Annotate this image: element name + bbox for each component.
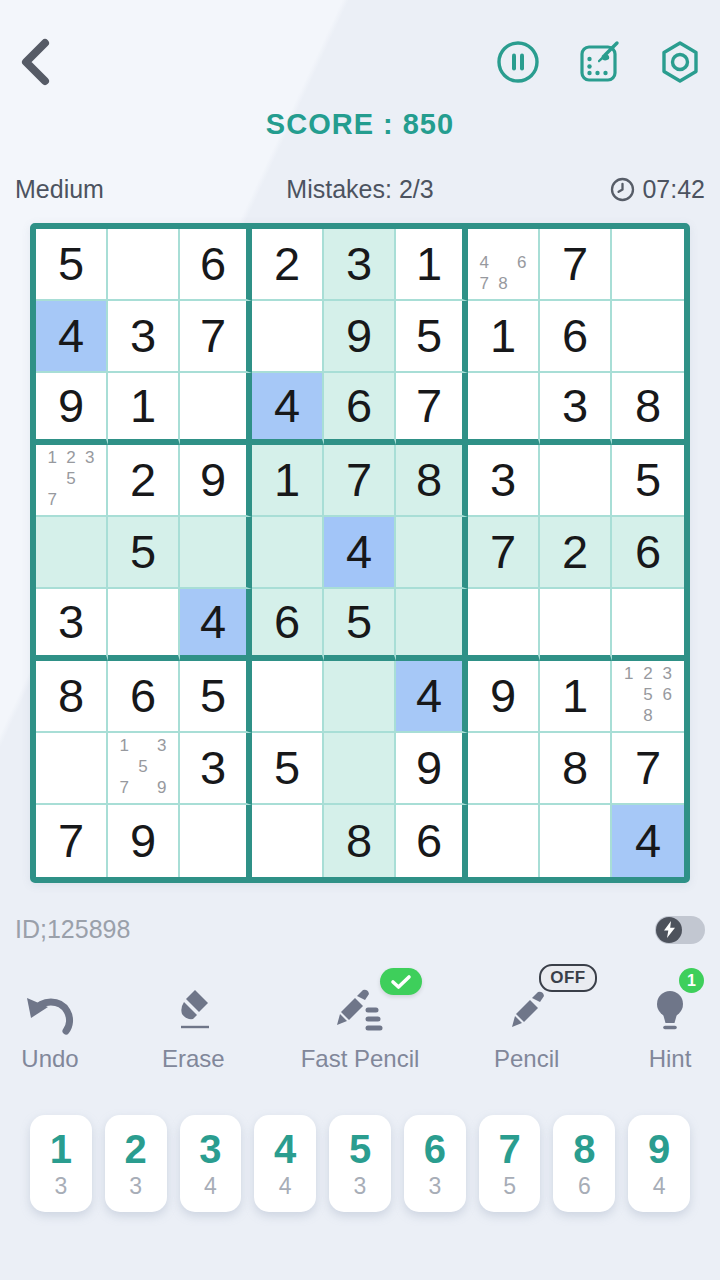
puzzle-id: ID;125898 — [15, 915, 130, 944]
cell-value: 5 — [274, 744, 300, 793]
cell-value: 5 — [58, 240, 84, 289]
cell-r6c4[interactable]: 6 — [252, 589, 324, 661]
cell-r4c7[interactable]: 3 — [468, 445, 540, 517]
cell-r7c2[interactable]: 6 — [108, 661, 180, 733]
cell-r3c2[interactable]: 1 — [108, 373, 180, 445]
pencil-button[interactable]: OFF Pencil — [491, 984, 563, 1073]
cell-value: 1 — [490, 312, 516, 361]
numpad-button-3[interactable]: 34 — [180, 1115, 242, 1212]
eraser-icon — [169, 986, 217, 1036]
timer: 07:42 — [610, 175, 705, 204]
cell-r3c9[interactable]: 8 — [612, 373, 684, 445]
cell-r3c3[interactable] — [180, 373, 252, 445]
note-digit — [80, 469, 99, 490]
numpad-digit: 7 — [498, 1128, 520, 1170]
cell-value: 3 — [490, 456, 516, 505]
cell-r5c1[interactable] — [36, 517, 108, 589]
cell-value: 6 — [346, 382, 372, 431]
cell-r2c6[interactable]: 5 — [396, 301, 468, 373]
numpad-digit: 6 — [424, 1128, 446, 1170]
settings-icon — [658, 40, 702, 84]
cell-r7c7[interactable]: 9 — [468, 661, 540, 733]
note-digit — [80, 489, 99, 510]
cell-r5c5[interactable]: 4 — [324, 517, 396, 589]
note-digit: 8 — [638, 705, 657, 726]
numpad-remaining-count: 3 — [428, 1173, 441, 1200]
cell-r2c4[interactable] — [252, 301, 324, 373]
numpad-digit: 9 — [648, 1128, 670, 1170]
cell-r4c9[interactable]: 5 — [612, 445, 684, 517]
erase-label: Erase — [162, 1045, 225, 1073]
numpad-button-4[interactable]: 44 — [254, 1115, 316, 1212]
note-digit: 7 — [115, 777, 134, 798]
note-digit: 2 — [62, 448, 81, 469]
cell-value: 5 — [346, 598, 372, 647]
cell-r7c8[interactable]: 1 — [540, 661, 612, 733]
cell-value: 3 — [58, 598, 84, 647]
cell-value: 1 — [130, 382, 156, 431]
cell-r1c5[interactable]: 3 — [324, 229, 396, 301]
note-digit — [494, 253, 513, 274]
cell-value: 6 — [130, 672, 156, 721]
cell-value: 8 — [346, 817, 372, 866]
cell-r7c9[interactable]: 123568 — [612, 661, 684, 733]
sudoku-app-screen: SCORE : 850 Medium Mistakes: 2/3 07:42 5… — [0, 0, 720, 1280]
numpad-digit: 2 — [125, 1128, 147, 1170]
cell-r8c9[interactable]: 7 — [612, 733, 684, 805]
cell-value: 4 — [635, 817, 661, 866]
energy-toggle-knob — [656, 917, 682, 943]
note-digit — [152, 757, 171, 778]
hint-bulb-icon — [648, 986, 692, 1036]
cell-r7c5[interactable] — [324, 661, 396, 733]
hint-label: Hint — [649, 1045, 692, 1073]
cell-r1c9[interactable] — [612, 229, 684, 301]
note-digit — [494, 232, 513, 253]
cell-r6c7[interactable] — [468, 589, 540, 661]
toolbar: Undo Erase — [0, 984, 720, 1073]
cell-value: 9 — [58, 382, 84, 431]
note-digit — [43, 469, 62, 490]
cell-r1c3[interactable]: 6 — [180, 229, 252, 301]
cell-r1c4[interactable]: 2 — [252, 229, 324, 301]
cell-r2c5[interactable]: 9 — [324, 301, 396, 373]
cell-value: 5 — [635, 456, 661, 505]
cell-value: 1 — [274, 456, 300, 505]
undo-button[interactable]: Undo — [14, 984, 86, 1073]
cell-r2c8[interactable]: 6 — [540, 301, 612, 373]
cell-r4c6[interactable]: 8 — [396, 445, 468, 517]
numpad-remaining-count: 4 — [279, 1173, 292, 1200]
cell-r5c6[interactable] — [396, 517, 468, 589]
game-info-row: Medium Mistakes: 2/3 07:42 — [0, 175, 720, 204]
cell-r8c6[interactable]: 9 — [396, 733, 468, 805]
score-text: SCORE : 850 — [0, 108, 720, 141]
theme-brush-icon — [577, 40, 621, 84]
cell-value: 7 — [490, 528, 516, 577]
cell-r9c3[interactable] — [180, 805, 252, 877]
cell-r9c9[interactable]: 4 — [612, 805, 684, 877]
cell-r6c3[interactable]: 4 — [180, 589, 252, 661]
cell-r8c3[interactable]: 3 — [180, 733, 252, 805]
cell-r3c6[interactable]: 7 — [396, 373, 468, 445]
numpad-digit: 1 — [50, 1128, 72, 1170]
cell-r3c1[interactable]: 9 — [36, 373, 108, 445]
cell-r6c1[interactable]: 3 — [36, 589, 108, 661]
cell-value: 8 — [635, 382, 661, 431]
energy-toggle[interactable] — [655, 916, 705, 944]
id-row: ID;125898 — [0, 915, 720, 944]
numpad-remaining-count: 3 — [354, 1173, 367, 1200]
cell-r7c1[interactable]: 8 — [36, 661, 108, 733]
cell-r4c2[interactable]: 2 — [108, 445, 180, 517]
cell-r9c5[interactable]: 8 — [324, 805, 396, 877]
numpad-button-8[interactable]: 86 — [553, 1115, 615, 1212]
cell-r9c2[interactable]: 9 — [108, 805, 180, 877]
fast-pencil-label: Fast Pencil — [301, 1045, 420, 1073]
cell-r8c1[interactable] — [36, 733, 108, 805]
pencil-label: Pencil — [494, 1045, 559, 1073]
note-digit: 6 — [658, 685, 677, 706]
numpad-button-7[interactable]: 75 — [479, 1115, 541, 1212]
cell-r5c3[interactable] — [180, 517, 252, 589]
cell-value: 7 — [416, 382, 442, 431]
cell-r5c7[interactable]: 7 — [468, 517, 540, 589]
numpad-remaining-count: 3 — [129, 1173, 142, 1200]
cell-r6c5[interactable]: 5 — [324, 589, 396, 661]
cell-r8c2[interactable]: 13579 — [108, 733, 180, 805]
numpad-remaining-count: 4 — [204, 1173, 217, 1200]
note-digit: 3 — [152, 736, 171, 757]
numpad-digit: 3 — [199, 1128, 221, 1170]
numpad-remaining-count: 6 — [578, 1173, 591, 1200]
back-arrow-icon — [18, 38, 54, 86]
cell-value: 9 — [490, 672, 516, 721]
pencil-notes: 123568 — [612, 661, 684, 731]
note-digit: 5 — [134, 757, 153, 778]
cell-r9c6[interactable]: 6 — [396, 805, 468, 877]
back-button[interactable] — [18, 38, 58, 86]
cell-value: 4 — [346, 528, 372, 577]
cell-r1c6[interactable]: 1 — [396, 229, 468, 301]
cell-value: 6 — [635, 528, 661, 577]
cell-r4c1[interactable]: 12357 — [36, 445, 108, 517]
cell-r4c4[interactable]: 1 — [252, 445, 324, 517]
cell-r1c1[interactable]: 5 — [36, 229, 108, 301]
numpad-button-2[interactable]: 23 — [105, 1115, 167, 1212]
cell-value: 3 — [200, 744, 226, 793]
cell-r4c3[interactable]: 9 — [180, 445, 252, 517]
cell-value: 9 — [200, 456, 226, 505]
note-digit — [115, 757, 134, 778]
cell-r3c5[interactable]: 6 — [324, 373, 396, 445]
cell-value: 3 — [130, 312, 156, 361]
cell-r5c8[interactable]: 2 — [540, 517, 612, 589]
cell-value: 9 — [346, 312, 372, 361]
note-digit: 8 — [494, 273, 513, 294]
check-icon — [390, 974, 412, 990]
cell-r3c7[interactable] — [468, 373, 540, 445]
cell-r4c8[interactable] — [540, 445, 612, 517]
cell-value: 1 — [562, 672, 588, 721]
cell-r5c9[interactable]: 6 — [612, 517, 684, 589]
note-digit: 7 — [43, 489, 62, 510]
numpad-digit: 4 — [274, 1128, 296, 1170]
numpad-digit: 5 — [349, 1128, 371, 1170]
cell-value: 6 — [200, 240, 226, 289]
cell-r9c7[interactable] — [468, 805, 540, 877]
cell-r2c1[interactable]: 4 — [36, 301, 108, 373]
note-digit: 5 — [638, 685, 657, 706]
note-digit: 5 — [62, 469, 81, 490]
note-digit: 7 — [475, 273, 494, 294]
cell-value: 7 — [58, 817, 84, 866]
numpad-remaining-count: 5 — [503, 1173, 516, 1200]
cell-r8c7[interactable] — [468, 733, 540, 805]
cell-value: 6 — [416, 817, 442, 866]
cell-r5c2[interactable]: 5 — [108, 517, 180, 589]
top-bar — [0, 0, 720, 86]
cell-value: 3 — [346, 240, 372, 289]
cell-value: 7 — [200, 312, 226, 361]
fast-pencil-button[interactable]: Fast Pencil — [301, 984, 420, 1073]
note-digit — [475, 232, 494, 253]
cell-value: 5 — [200, 672, 226, 721]
cell-value: 6 — [562, 312, 588, 361]
cell-r8c4[interactable]: 5 — [252, 733, 324, 805]
numpad-remaining-count: 3 — [54, 1173, 67, 1200]
cell-r2c3[interactable]: 7 — [180, 301, 252, 373]
timer-text: 07:42 — [642, 175, 705, 204]
cell-value: 8 — [562, 744, 588, 793]
pencil-notes: 12357 — [36, 445, 106, 515]
numpad-button-9[interactable]: 94 — [628, 1115, 690, 1212]
lightning-icon — [663, 921, 676, 938]
cell-r3c4[interactable]: 4 — [252, 373, 324, 445]
cell-value: 5 — [130, 528, 156, 577]
note-digit — [512, 273, 531, 294]
note-digit — [512, 232, 531, 253]
cell-value: 6 — [274, 598, 300, 647]
fast-pencil-on-badge — [380, 968, 422, 995]
note-digit: 9 — [152, 777, 171, 798]
cell-r7c6[interactable]: 4 — [396, 661, 468, 733]
pause-icon — [496, 40, 540, 84]
cell-value: 7 — [562, 240, 588, 289]
note-digit: 4 — [475, 253, 494, 274]
cell-value: 3 — [562, 382, 588, 431]
cell-value: 7 — [635, 744, 661, 793]
settings-button[interactable] — [658, 40, 702, 84]
note-digit — [658, 705, 677, 726]
pencil-icon — [503, 986, 551, 1036]
cell-value: 8 — [416, 456, 442, 505]
cell-value: 4 — [416, 672, 442, 721]
cell-value: 2 — [274, 240, 300, 289]
note-digit: 3 — [80, 448, 99, 469]
top-bar-actions — [496, 40, 702, 84]
note-digit — [619, 685, 638, 706]
cell-r6c2[interactable] — [108, 589, 180, 661]
pencil-notes: 13579 — [108, 733, 178, 803]
cell-r6c6[interactable] — [396, 589, 468, 661]
note-digit: 3 — [658, 664, 677, 685]
note-digit: 1 — [43, 448, 62, 469]
undo-icon — [24, 990, 76, 1036]
numpad-remaining-count: 4 — [653, 1173, 666, 1200]
cell-value: 9 — [130, 817, 156, 866]
numpad-digit: 8 — [573, 1128, 595, 1170]
numpad-button-1[interactable]: 13 — [30, 1115, 92, 1212]
erase-button[interactable]: Erase — [157, 984, 229, 1073]
numpad-button-6[interactable]: 63 — [404, 1115, 466, 1212]
cell-value: 4 — [274, 382, 300, 431]
cell-r1c8[interactable]: 7 — [540, 229, 612, 301]
cell-r1c7[interactable]: 4678 — [468, 229, 540, 301]
cell-r5c4[interactable] — [252, 517, 324, 589]
pencil-notes: 4678 — [468, 229, 538, 299]
pencil-off-badge: OFF — [539, 964, 597, 992]
cell-r6c8[interactable] — [540, 589, 612, 661]
note-digit: 1 — [619, 664, 638, 685]
pause-button[interactable] — [496, 40, 540, 84]
cell-r2c9[interactable] — [612, 301, 684, 373]
cell-r6c9[interactable] — [612, 589, 684, 661]
cell-value: 1 — [416, 240, 442, 289]
cell-value: 4 — [200, 598, 226, 647]
cell-r7c3[interactable]: 5 — [180, 661, 252, 733]
cell-value: 5 — [416, 312, 442, 361]
note-digit: 2 — [638, 664, 657, 685]
note-digit — [619, 705, 638, 726]
note-digit: 1 — [115, 736, 134, 757]
cell-r8c8[interactable]: 8 — [540, 733, 612, 805]
cell-r9c1[interactable]: 7 — [36, 805, 108, 877]
sudoku-board[interactable]: 5623146787437951691467381235729178355472… — [30, 223, 690, 883]
number-pad: 132334445363758694 — [0, 1115, 720, 1212]
cell-r9c8[interactable] — [540, 805, 612, 877]
theme-button[interactable] — [577, 40, 621, 84]
cell-r2c2[interactable]: 3 — [108, 301, 180, 373]
note-digit — [134, 777, 153, 798]
hint-count-badge: 1 — [679, 968, 704, 993]
cell-value: 2 — [562, 528, 588, 577]
cell-value: 4 — [58, 312, 84, 361]
mistakes-label: Mistakes: 2/3 — [286, 175, 433, 204]
cell-r1c2[interactable] — [108, 229, 180, 301]
hint-button[interactable]: 1 Hint — [634, 984, 706, 1073]
fast-pencil-icon — [332, 986, 388, 1036]
note-digit — [62, 489, 81, 510]
cell-r2c7[interactable]: 1 — [468, 301, 540, 373]
cell-r3c8[interactable]: 3 — [540, 373, 612, 445]
clock-icon — [610, 177, 635, 202]
cell-r8c5[interactable] — [324, 733, 396, 805]
cell-value: 7 — [346, 456, 372, 505]
note-digit — [134, 736, 153, 757]
cell-value: 9 — [416, 744, 442, 793]
cell-value: 2 — [130, 456, 156, 505]
cell-r4c5[interactable]: 7 — [324, 445, 396, 517]
cell-value: 8 — [58, 672, 84, 721]
undo-label: Undo — [21, 1045, 78, 1073]
numpad-button-5[interactable]: 53 — [329, 1115, 391, 1212]
cell-r7c4[interactable] — [252, 661, 324, 733]
cell-r9c4[interactable] — [252, 805, 324, 877]
difficulty-label: Medium — [15, 175, 104, 204]
note-digit: 6 — [512, 253, 531, 274]
